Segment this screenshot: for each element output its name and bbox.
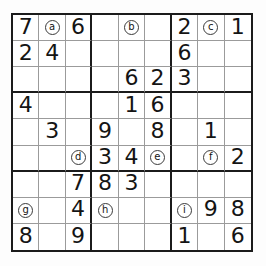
cell-r1c5[interactable]: b [119, 15, 145, 41]
cell-r5c6[interactable]: 8 [145, 119, 171, 145]
given-digit: 1 [177, 225, 191, 247]
cell-r5c4[interactable]: 9 [92, 119, 118, 145]
given-digit: 9 [71, 225, 85, 247]
cell-r7c5[interactable]: 3 [119, 172, 145, 198]
cell-r8c3[interactable]: 4 [66, 198, 92, 224]
circled-label: g [18, 203, 33, 218]
cell-r3c2[interactable] [39, 67, 65, 93]
cell-r8c1[interactable]: g [13, 198, 39, 224]
given-digit: 7 [19, 16, 33, 38]
cell-r4c8[interactable] [198, 93, 224, 119]
cell-r2c7[interactable]: 6 [172, 41, 198, 67]
cell-r1c1[interactable]: 7 [13, 15, 39, 41]
cell-r6c7[interactable] [172, 146, 198, 172]
cell-r5c8[interactable]: 1 [198, 119, 224, 145]
circled-label: h [98, 203, 113, 218]
given-digit: 3 [177, 67, 191, 89]
given-digit: 6 [124, 67, 138, 89]
cell-r1c3[interactable]: 6 [66, 15, 92, 41]
cell-r3c4[interactable] [92, 67, 118, 93]
cell-r1c9[interactable]: 1 [225, 15, 251, 41]
circled-label: a [45, 20, 60, 35]
cell-r9c7[interactable]: 1 [172, 224, 198, 250]
cell-r1c2[interactable]: a [39, 15, 65, 41]
cell-r9c9[interactable]: 6 [225, 224, 251, 250]
cell-r8c5[interactable] [119, 198, 145, 224]
cell-r5c7[interactable] [172, 119, 198, 145]
cell-r6c3[interactable]: d [66, 146, 92, 172]
cell-r2c4[interactable] [92, 41, 118, 67]
cell-r2c6[interactable] [145, 41, 171, 67]
cell-r4c7[interactable] [172, 93, 198, 119]
given-digit: 9 [204, 198, 218, 220]
cell-r2c8[interactable] [198, 41, 224, 67]
cell-r5c9[interactable] [225, 119, 251, 145]
given-digit: 4 [19, 94, 33, 116]
cell-r4c5[interactable]: 1 [119, 93, 145, 119]
cell-r6c5[interactable]: 4 [119, 146, 145, 172]
circled-label: f [203, 150, 218, 165]
sudoku-board: 7a6b2c12466234163981d34ef2783g4hi988916 [11, 13, 253, 252]
circled-label: b [124, 20, 139, 35]
cell-r8c8[interactable]: 9 [198, 198, 224, 224]
cell-r9c8[interactable] [198, 224, 224, 250]
cell-r6c9[interactable]: 2 [225, 146, 251, 172]
cell-r6c8[interactable]: f [198, 146, 224, 172]
cell-r5c1[interactable] [13, 119, 39, 145]
given-digit: 1 [231, 16, 245, 38]
circled-label: i [177, 203, 192, 218]
cell-r3c3[interactable] [66, 67, 92, 93]
given-digit: 4 [124, 146, 138, 168]
given-digit: 1 [204, 120, 218, 142]
page-background: 7a6b2c12466234163981d34ef2783g4hi988916 [0, 0, 266, 266]
given-digit: 4 [45, 42, 59, 64]
given-digit: 8 [19, 225, 33, 247]
cell-r1c6[interactable] [145, 15, 171, 41]
cell-r7c3[interactable]: 7 [66, 172, 92, 198]
circled-label: e [150, 150, 165, 165]
given-digit: 2 [177, 16, 191, 38]
cell-r5c5[interactable] [119, 119, 145, 145]
cell-r4c6[interactable]: 6 [145, 93, 171, 119]
cell-r7c2[interactable] [39, 172, 65, 198]
cell-r8c2[interactable] [39, 198, 65, 224]
given-digit: 2 [231, 146, 245, 168]
cell-r4c1[interactable]: 4 [13, 93, 39, 119]
given-digit: 3 [124, 172, 138, 194]
given-digit: 4 [71, 198, 85, 220]
given-digit: 3 [98, 146, 112, 168]
given-digit: 8 [98, 172, 112, 194]
cell-r2c3[interactable] [66, 41, 92, 67]
cell-r2c1[interactable]: 2 [13, 41, 39, 67]
cell-r9c6[interactable] [145, 224, 171, 250]
cell-r4c9[interactable] [225, 93, 251, 119]
given-digit: 8 [231, 198, 245, 220]
cell-r4c3[interactable] [66, 93, 92, 119]
cell-r8c4[interactable]: h [92, 198, 118, 224]
given-digit: 9 [98, 120, 112, 142]
cell-r9c3[interactable]: 9 [66, 224, 92, 250]
cell-r3c6[interactable]: 2 [145, 67, 171, 93]
cell-r3c9[interactable] [225, 67, 251, 93]
given-digit: 3 [45, 120, 59, 142]
cell-r6c6[interactable]: e [145, 146, 171, 172]
cell-r1c8[interactable]: c [198, 15, 224, 41]
given-digit: 1 [124, 94, 138, 116]
given-digit: 7 [71, 172, 85, 194]
cell-r4c2[interactable] [39, 93, 65, 119]
cell-r2c9[interactable] [225, 41, 251, 67]
given-digit: 8 [150, 120, 164, 142]
cell-r7c4[interactable]: 8 [92, 172, 118, 198]
cell-r6c2[interactable] [39, 146, 65, 172]
given-digit: 6 [71, 16, 85, 38]
cell-r3c8[interactable] [198, 67, 224, 93]
cell-r2c5[interactable] [119, 41, 145, 67]
circled-label: c [203, 20, 218, 35]
cell-r5c2[interactable]: 3 [39, 119, 65, 145]
cell-r6c1[interactable] [13, 146, 39, 172]
given-digit: 6 [231, 225, 245, 247]
cell-r9c2[interactable] [39, 224, 65, 250]
cell-r1c4[interactable] [92, 15, 118, 41]
cell-r7c8[interactable] [198, 172, 224, 198]
cell-r9c5[interactable] [119, 224, 145, 250]
cell-r7c1[interactable] [13, 172, 39, 198]
cell-r7c6[interactable] [145, 172, 171, 198]
given-digit: 6 [150, 94, 164, 116]
cell-r1c7[interactable]: 2 [172, 15, 198, 41]
given-digit: 2 [19, 42, 33, 64]
cell-r3c1[interactable] [13, 67, 39, 93]
cell-r9c4[interactable] [92, 224, 118, 250]
cell-r3c7[interactable]: 3 [172, 67, 198, 93]
cell-r4c4[interactable] [92, 93, 118, 119]
cell-r3c5[interactable]: 6 [119, 67, 145, 93]
cell-r8c9[interactable]: 8 [225, 198, 251, 224]
cell-r8c6[interactable] [145, 198, 171, 224]
given-digit: 2 [150, 67, 164, 89]
cell-r7c7[interactable] [172, 172, 198, 198]
cell-r2c2[interactable]: 4 [39, 41, 65, 67]
cell-r5c3[interactable] [66, 119, 92, 145]
cell-r7c9[interactable] [225, 172, 251, 198]
circled-label: d [71, 150, 86, 165]
cell-r9c1[interactable]: 8 [13, 224, 39, 250]
cell-r8c7[interactable]: i [172, 198, 198, 224]
given-digit: 6 [177, 42, 191, 64]
cell-r6c4[interactable]: 3 [92, 146, 118, 172]
